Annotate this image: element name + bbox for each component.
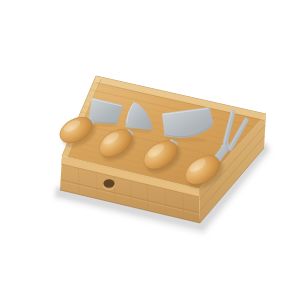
product-photo-cheese-board-set <box>0 0 304 304</box>
finger-hole <box>104 179 115 187</box>
scene-svg <box>0 0 304 304</box>
